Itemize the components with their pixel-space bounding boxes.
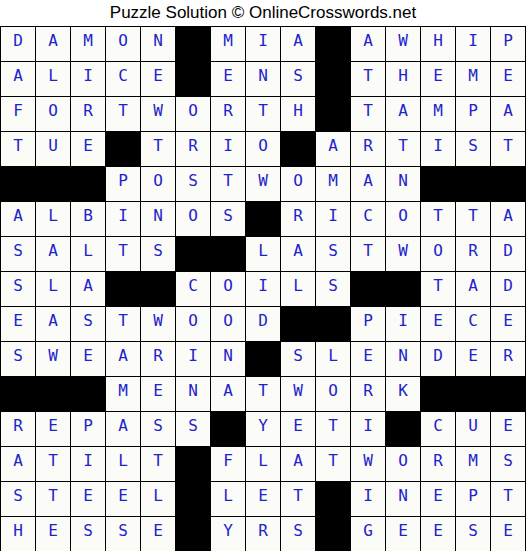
black-cell <box>71 167 105 201</box>
letter-cell: E <box>141 377 175 411</box>
letter-cell: N <box>386 482 420 516</box>
black-cell <box>141 272 175 306</box>
letter-cell: O <box>176 307 210 341</box>
letter-cell: C <box>421 412 455 446</box>
letter-cell: O <box>281 167 315 201</box>
letter-cell: S <box>316 237 350 271</box>
letter-cell: A <box>211 377 245 411</box>
letter-cell: T <box>106 237 140 271</box>
letter-cell: I <box>421 132 455 166</box>
letter-cell: R <box>421 447 455 481</box>
black-cell <box>386 412 420 446</box>
letter-cell: T <box>351 237 385 271</box>
letter-cell: R <box>351 377 385 411</box>
letter-cell: W <box>141 97 175 131</box>
letter-cell: C <box>176 272 210 306</box>
letter-cell: O <box>386 202 420 236</box>
black-cell <box>421 377 455 411</box>
letter-cell: T <box>1 132 35 166</box>
letter-cell: E <box>491 412 525 446</box>
letter-cell: R <box>456 237 490 271</box>
letter-cell: E <box>386 517 420 551</box>
letter-cell: R <box>281 202 315 236</box>
black-cell <box>176 62 210 96</box>
black-cell <box>316 62 350 96</box>
black-cell <box>316 482 350 516</box>
letter-cell: O <box>211 272 245 306</box>
letter-cell: N <box>141 202 175 236</box>
black-cell <box>176 27 210 61</box>
letter-cell: R <box>211 97 245 131</box>
black-cell <box>211 237 245 271</box>
letter-cell: H <box>281 97 315 131</box>
letter-cell: A <box>106 412 140 446</box>
letter-cell: O <box>386 447 420 481</box>
letter-cell: I <box>246 27 280 61</box>
black-cell <box>71 377 105 411</box>
letter-cell: S <box>106 517 140 551</box>
letter-cell: A <box>36 237 70 271</box>
letter-cell: E <box>491 62 525 96</box>
letter-cell: A <box>491 202 525 236</box>
letter-cell: T <box>491 482 525 516</box>
letter-cell: T <box>351 97 385 131</box>
letter-cell: E <box>421 62 455 96</box>
letter-cell: S <box>141 237 175 271</box>
letter-cell: H <box>386 62 420 96</box>
letter-cell: A <box>36 307 70 341</box>
letter-cell: S <box>176 412 210 446</box>
letter-cell: E <box>71 482 105 516</box>
letter-cell: A <box>316 132 350 166</box>
letter-cell: L <box>281 272 315 306</box>
letter-cell: I <box>176 342 210 376</box>
letter-cell: T <box>246 377 280 411</box>
letter-cell: S <box>71 517 105 551</box>
letter-cell: D <box>491 237 525 271</box>
letter-cell: A <box>281 447 315 481</box>
letter-cell: S <box>456 132 490 166</box>
letter-cell: S <box>491 447 525 481</box>
letter-cell: E <box>491 517 525 551</box>
black-cell <box>176 482 210 516</box>
letter-cell: E <box>141 517 175 551</box>
letter-cell: I <box>456 27 490 61</box>
letter-cell: M <box>421 97 455 131</box>
black-cell <box>421 167 455 201</box>
letter-cell: I <box>211 132 245 166</box>
letter-cell: N <box>246 62 280 96</box>
letter-cell: W <box>281 377 315 411</box>
letter-cell: E <box>71 342 105 376</box>
letter-cell: W <box>351 447 385 481</box>
letter-cell: E <box>456 342 490 376</box>
letter-cell: P <box>351 307 385 341</box>
letter-cell: E <box>491 307 525 341</box>
letter-cell: C <box>456 307 490 341</box>
letter-cell: W <box>36 342 70 376</box>
letter-cell: S <box>211 202 245 236</box>
letter-cell: U <box>36 132 70 166</box>
letter-cell: T <box>141 132 175 166</box>
letter-cell: K <box>386 377 420 411</box>
letter-cell: W <box>386 27 420 61</box>
letter-cell: Y <box>211 517 245 551</box>
letter-cell: W <box>141 307 175 341</box>
letter-cell: H <box>1 517 35 551</box>
letter-cell: O <box>246 132 280 166</box>
letter-cell: O <box>36 97 70 131</box>
letter-cell: A <box>71 272 105 306</box>
letter-cell: L <box>36 272 70 306</box>
letter-cell: N <box>386 342 420 376</box>
black-cell <box>176 447 210 481</box>
crossword-grid: DAMONMIAAWHIPALICEENSTHEMEFORTWORTHTAMPA… <box>0 26 526 551</box>
letter-cell: E <box>106 482 140 516</box>
letter-cell: M <box>316 167 350 201</box>
black-cell <box>246 202 280 236</box>
letter-cell: E <box>421 482 455 516</box>
letter-cell: S <box>281 517 315 551</box>
letter-cell: P <box>456 97 490 131</box>
letter-cell: T <box>316 412 350 446</box>
letter-cell: R <box>246 517 280 551</box>
letter-cell: S <box>1 482 35 516</box>
letter-cell: A <box>351 167 385 201</box>
letter-cell: L <box>211 482 245 516</box>
letter-cell: T <box>491 132 525 166</box>
letter-cell: E <box>351 342 385 376</box>
letter-cell: E <box>141 62 175 96</box>
letter-cell: R <box>141 342 175 376</box>
letter-cell: I <box>351 482 385 516</box>
letter-cell: T <box>421 272 455 306</box>
letter-cell: R <box>351 132 385 166</box>
letter-cell: P <box>456 482 490 516</box>
letter-cell: O <box>141 167 175 201</box>
letter-cell: A <box>386 97 420 131</box>
black-cell <box>456 167 490 201</box>
letter-cell: P <box>71 412 105 446</box>
letter-cell: A <box>1 62 35 96</box>
letter-cell: R <box>1 412 35 446</box>
letter-cell: I <box>246 272 280 306</box>
letter-cell: T <box>316 447 350 481</box>
letter-cell: S <box>1 272 35 306</box>
black-cell <box>316 97 350 131</box>
black-cell <box>106 272 140 306</box>
letter-cell: T <box>36 447 70 481</box>
letter-cell: S <box>71 307 105 341</box>
letter-cell: A <box>36 27 70 61</box>
letter-cell: E <box>71 132 105 166</box>
black-cell <box>246 342 280 376</box>
letter-cell: R <box>176 132 210 166</box>
letter-cell: T <box>421 202 455 236</box>
black-cell <box>1 377 35 411</box>
letter-cell: L <box>106 447 140 481</box>
letter-cell: T <box>246 97 280 131</box>
black-cell <box>36 377 70 411</box>
letter-cell: L <box>141 482 175 516</box>
letter-cell: A <box>491 97 525 131</box>
letter-cell: R <box>71 97 105 131</box>
black-cell <box>36 167 70 201</box>
letter-cell: Y <box>246 412 280 446</box>
letter-cell: T <box>106 307 140 341</box>
black-cell <box>491 167 525 201</box>
letter-cell: D <box>491 272 525 306</box>
letter-cell: S <box>456 517 490 551</box>
letter-cell: O <box>106 27 140 61</box>
letter-cell: O <box>316 377 350 411</box>
letter-cell: L <box>246 447 280 481</box>
letter-cell: T <box>211 167 245 201</box>
letter-cell: A <box>281 237 315 271</box>
black-cell <box>351 272 385 306</box>
letter-cell: T <box>36 482 70 516</box>
letter-cell: D <box>246 307 280 341</box>
black-cell <box>316 27 350 61</box>
letter-cell: E <box>421 517 455 551</box>
black-cell <box>281 307 315 341</box>
letter-cell: T <box>106 97 140 131</box>
letter-cell: N <box>211 342 245 376</box>
letter-cell: D <box>421 342 455 376</box>
letter-cell: G <box>351 517 385 551</box>
letter-cell: L <box>246 237 280 271</box>
black-cell <box>211 412 245 446</box>
letter-cell: E <box>246 482 280 516</box>
letter-cell: I <box>351 412 385 446</box>
letter-cell: B <box>71 202 105 236</box>
letter-cell: A <box>351 27 385 61</box>
letter-cell: U <box>456 412 490 446</box>
letter-cell: N <box>386 167 420 201</box>
letter-cell: P <box>106 167 140 201</box>
letter-cell: A <box>456 272 490 306</box>
letter-cell: O <box>421 237 455 271</box>
letter-cell: P <box>491 27 525 61</box>
black-cell <box>106 132 140 166</box>
letter-cell: W <box>246 167 280 201</box>
letter-cell: W <box>386 237 420 271</box>
letter-cell: S <box>141 412 175 446</box>
letter-cell: T <box>456 202 490 236</box>
letter-cell: E <box>1 307 35 341</box>
letter-cell: S <box>176 167 210 201</box>
black-cell <box>176 237 210 271</box>
letter-cell: M <box>456 447 490 481</box>
letter-cell: N <box>141 27 175 61</box>
black-cell <box>176 517 210 551</box>
puzzle-title: Puzzle Solution © OnlineCrosswords.net <box>0 0 526 26</box>
letter-cell: R <box>491 342 525 376</box>
letter-cell: A <box>106 342 140 376</box>
letter-cell: I <box>386 307 420 341</box>
puzzle-solution-page: Puzzle Solution © OnlineCrosswords.net D… <box>0 0 526 551</box>
letter-cell: N <box>176 377 210 411</box>
letter-cell: T <box>351 62 385 96</box>
letter-cell: O <box>176 97 210 131</box>
letter-cell: E <box>36 412 70 446</box>
letter-cell: S <box>1 237 35 271</box>
black-cell <box>281 132 315 166</box>
letter-cell: S <box>316 272 350 306</box>
letter-cell: T <box>141 447 175 481</box>
letter-cell: O <box>211 307 245 341</box>
black-cell <box>386 272 420 306</box>
black-cell <box>491 377 525 411</box>
letter-cell: A <box>1 202 35 236</box>
letter-cell: C <box>106 62 140 96</box>
black-cell <box>456 377 490 411</box>
letter-cell: E <box>36 517 70 551</box>
letter-cell: T <box>386 132 420 166</box>
letter-cell: F <box>211 447 245 481</box>
letter-cell: L <box>36 202 70 236</box>
letter-cell: M <box>106 377 140 411</box>
black-cell <box>316 517 350 551</box>
letter-cell: S <box>281 62 315 96</box>
letter-cell: C <box>351 202 385 236</box>
black-cell <box>316 307 350 341</box>
letter-cell: M <box>71 27 105 61</box>
letter-cell: M <box>211 27 245 61</box>
letter-cell: F <box>1 97 35 131</box>
letter-cell: T <box>281 482 315 516</box>
letter-cell: D <box>1 27 35 61</box>
letter-cell: E <box>211 62 245 96</box>
letter-cell: A <box>1 447 35 481</box>
letter-cell: L <box>36 62 70 96</box>
letter-cell: I <box>71 62 105 96</box>
letter-cell: E <box>421 307 455 341</box>
letter-cell: E <box>281 412 315 446</box>
letter-cell: L <box>316 342 350 376</box>
letter-cell: O <box>176 202 210 236</box>
letter-cell: S <box>1 342 35 376</box>
letter-cell: I <box>316 202 350 236</box>
letter-cell: A <box>281 27 315 61</box>
black-cell <box>1 167 35 201</box>
letter-cell: S <box>281 342 315 376</box>
letter-cell: I <box>106 202 140 236</box>
letter-cell: L <box>71 237 105 271</box>
letter-cell: I <box>71 447 105 481</box>
letter-cell: M <box>456 62 490 96</box>
letter-cell: H <box>421 27 455 61</box>
